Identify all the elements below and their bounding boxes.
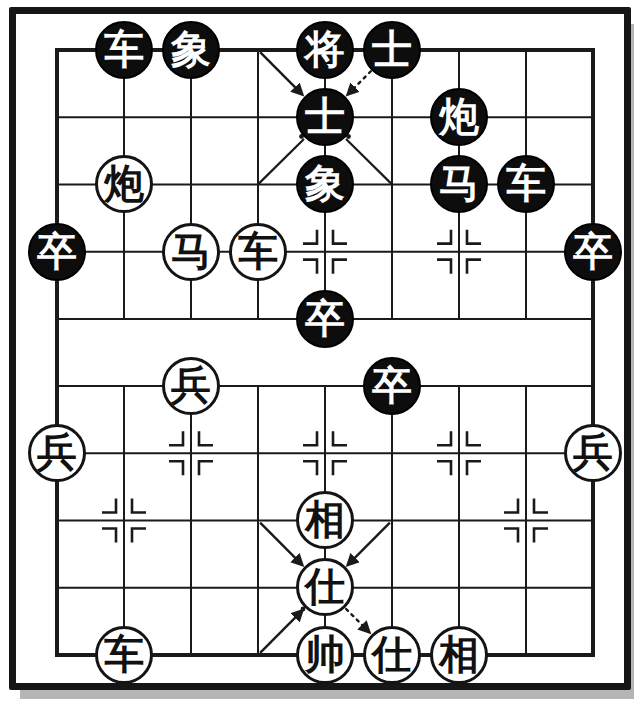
piece-black-horse-g8[interactable]: 马 (430, 155, 488, 213)
piece-black-cannon-g9[interactable]: 炮 (430, 88, 488, 146)
piece-white-chariot-b1[interactable]: 车 (95, 626, 153, 684)
piece-white-soldier-i4[interactable]: 兵 (564, 424, 622, 482)
piece-white-advisor-e2[interactable]: 仕 (296, 558, 354, 616)
piece-black-advisor-e9[interactable]: 士 (296, 88, 354, 146)
piece-black-chariot-b10[interactable]: 车 (95, 21, 153, 79)
piece-black-advisor-f10[interactable]: 士 (363, 21, 421, 79)
piece-black-soldier-e6[interactable]: 卒 (296, 290, 354, 348)
piece-white-general-e1[interactable]: 帅 (296, 626, 354, 684)
piece-white-soldier-c5[interactable]: 兵 (162, 357, 220, 415)
piece-white-cannon-b8[interactable]: 炮 (95, 155, 153, 213)
piece-black-general-e10[interactable]: 将 (296, 21, 354, 79)
board-grid: 车象将士士炮象马车卒卒卒卒炮马车兵兵兵相仕车帅仕相 (24, 16, 627, 688)
piece-white-chariot-d7[interactable]: 车 (229, 223, 287, 281)
piece-white-soldier-a4[interactable]: 兵 (28, 424, 86, 482)
piece-black-elephant-e8[interactable]: 象 (296, 155, 354, 213)
piece-white-elephant-e3[interactable]: 相 (296, 491, 354, 549)
piece-black-soldier-f5[interactable]: 卒 (363, 357, 421, 415)
piece-black-soldier-i7[interactable]: 卒 (564, 223, 622, 281)
piece-white-horse-c7[interactable]: 马 (162, 223, 220, 281)
piece-black-soldier-a7[interactable]: 卒 (28, 223, 86, 281)
piece-black-chariot-h8[interactable]: 车 (497, 155, 555, 213)
piece-black-elephant-c10[interactable]: 象 (162, 21, 220, 79)
piece-white-elephant-g1[interactable]: 相 (430, 626, 488, 684)
xiangqi-diagram: 车象将士士炮象马车卒卒卒卒炮马车兵兵兵相仕车帅仕相 (0, 0, 640, 708)
piece-white-advisor-f1[interactable]: 仕 (363, 626, 421, 684)
